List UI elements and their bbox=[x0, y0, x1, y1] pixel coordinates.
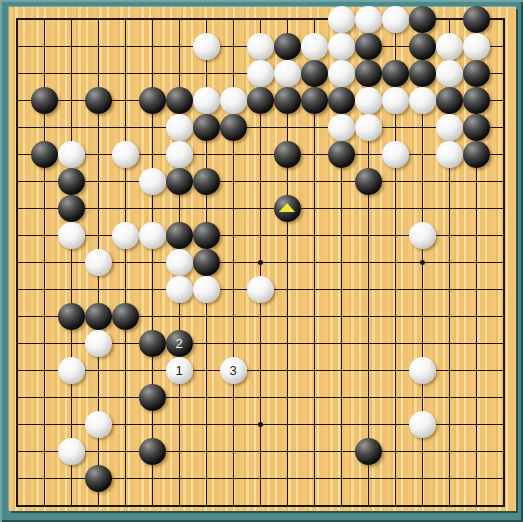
white-stone bbox=[193, 276, 220, 303]
grid-line-horizontal bbox=[17, 451, 504, 452]
black-stone bbox=[274, 141, 301, 168]
white-stone bbox=[247, 33, 274, 60]
move-number-label: 3 bbox=[220, 357, 247, 384]
black-stone bbox=[355, 438, 382, 465]
black-stone bbox=[301, 60, 328, 87]
black-stone bbox=[463, 114, 490, 141]
black-stone bbox=[355, 168, 382, 195]
white-stone bbox=[166, 276, 193, 303]
black-stone bbox=[436, 87, 463, 114]
white-stone bbox=[382, 6, 409, 33]
white-stone bbox=[274, 60, 301, 87]
white-stone bbox=[193, 87, 220, 114]
white-stone bbox=[328, 33, 355, 60]
black-stone bbox=[463, 6, 490, 33]
white-stone bbox=[328, 114, 355, 141]
white-stone bbox=[166, 249, 193, 276]
black-stone bbox=[193, 249, 220, 276]
black-stone bbox=[31, 87, 58, 114]
black-stone bbox=[463, 60, 490, 87]
white-stone bbox=[382, 141, 409, 168]
white-stone bbox=[193, 33, 220, 60]
black-stone bbox=[139, 384, 166, 411]
white-stone bbox=[382, 87, 409, 114]
black-stone bbox=[85, 303, 112, 330]
white-stone bbox=[436, 141, 463, 168]
black-stone bbox=[31, 141, 58, 168]
black-stone bbox=[139, 87, 166, 114]
white-stone bbox=[220, 87, 247, 114]
black-stone bbox=[355, 33, 382, 60]
black-stone bbox=[85, 465, 112, 492]
white-stone bbox=[355, 87, 382, 114]
white-stone bbox=[58, 438, 85, 465]
move-number-label: 1 bbox=[166, 357, 193, 384]
black-stone bbox=[112, 303, 139, 330]
white-stone bbox=[166, 141, 193, 168]
white-stone: 1 bbox=[166, 357, 193, 384]
white-stone bbox=[436, 33, 463, 60]
white-stone bbox=[409, 357, 436, 384]
black-stone bbox=[463, 141, 490, 168]
white-stone bbox=[85, 330, 112, 357]
white-stone bbox=[328, 60, 355, 87]
black-stone bbox=[328, 141, 355, 168]
white-stone bbox=[139, 168, 166, 195]
black-stone bbox=[220, 114, 247, 141]
go-board-window: 213 bbox=[0, 0, 523, 522]
black-stone bbox=[193, 168, 220, 195]
white-stone bbox=[247, 276, 274, 303]
black-stone bbox=[85, 87, 112, 114]
black-stone bbox=[409, 6, 436, 33]
white-stone bbox=[328, 6, 355, 33]
black-stone bbox=[274, 33, 301, 60]
white-stone bbox=[112, 222, 139, 249]
white-stone bbox=[409, 222, 436, 249]
white-stone bbox=[436, 114, 463, 141]
white-stone bbox=[58, 141, 85, 168]
white-stone bbox=[85, 411, 112, 438]
move-number-label: 2 bbox=[166, 330, 193, 357]
star-point bbox=[420, 260, 425, 265]
white-stone bbox=[58, 222, 85, 249]
white-stone bbox=[409, 87, 436, 114]
black-stone bbox=[355, 60, 382, 87]
black-stone bbox=[247, 87, 274, 114]
black-stone: 2 bbox=[166, 330, 193, 357]
black-stone bbox=[58, 195, 85, 222]
black-stone bbox=[166, 87, 193, 114]
black-stone bbox=[301, 87, 328, 114]
white-stone bbox=[301, 33, 328, 60]
white-stone bbox=[436, 60, 463, 87]
black-stone bbox=[166, 168, 193, 195]
white-stone bbox=[85, 249, 112, 276]
black-stone bbox=[382, 60, 409, 87]
black-stone bbox=[139, 438, 166, 465]
white-stone bbox=[139, 222, 166, 249]
black-stone bbox=[274, 195, 301, 222]
last-move-triangle-marker bbox=[279, 203, 295, 212]
black-stone bbox=[166, 222, 193, 249]
white-stone bbox=[355, 114, 382, 141]
black-stone bbox=[58, 303, 85, 330]
black-stone bbox=[409, 33, 436, 60]
black-stone bbox=[193, 114, 220, 141]
black-stone bbox=[328, 87, 355, 114]
black-stone bbox=[58, 168, 85, 195]
white-stone bbox=[247, 60, 274, 87]
black-stone bbox=[193, 222, 220, 249]
white-stone bbox=[112, 141, 139, 168]
white-stone: 3 bbox=[220, 357, 247, 384]
white-stone bbox=[58, 357, 85, 384]
white-stone bbox=[355, 6, 382, 33]
black-stone bbox=[463, 87, 490, 114]
black-stone bbox=[139, 330, 166, 357]
star-point bbox=[258, 422, 263, 427]
white-stone bbox=[463, 33, 490, 60]
grid-line-horizontal bbox=[17, 397, 504, 398]
black-stone bbox=[409, 60, 436, 87]
black-stone bbox=[274, 87, 301, 114]
star-point bbox=[258, 260, 263, 265]
white-stone bbox=[409, 411, 436, 438]
white-stone bbox=[166, 114, 193, 141]
